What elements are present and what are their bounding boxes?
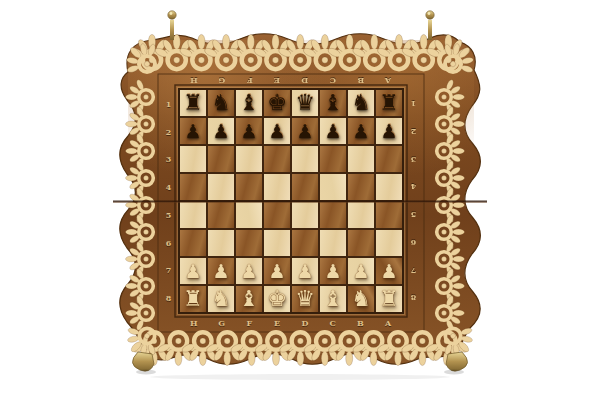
hinge-icon xyxy=(426,11,434,40)
square-b5[interactable] xyxy=(348,202,374,228)
square-g3[interactable] xyxy=(208,146,234,172)
coordinate-label: 3 xyxy=(407,146,420,174)
piece-light-rook[interactable]: ♜ xyxy=(379,288,399,310)
square-a8[interactable]: ♜ xyxy=(376,286,402,312)
coordinate-label: 1 xyxy=(162,90,175,118)
square-e2[interactable]: ♟ xyxy=(264,118,290,144)
coordinate-label: H xyxy=(180,318,208,328)
square-f8[interactable]: ♝ xyxy=(236,286,262,312)
piece-light-bishop[interactable]: ♝ xyxy=(239,288,259,310)
square-g2[interactable]: ♟ xyxy=(208,118,234,144)
coordinate-label: B xyxy=(347,318,375,328)
coordinate-label: 6 xyxy=(162,229,175,257)
square-g4[interactable] xyxy=(208,174,234,200)
piece-dark-pawn[interactable]: ♟ xyxy=(212,122,229,141)
square-c7[interactable]: ♟ xyxy=(320,258,346,284)
coordinate-label: 7 xyxy=(407,257,420,285)
coordinate-label: B xyxy=(347,76,375,86)
piece-dark-pawn[interactable]: ♟ xyxy=(184,122,201,141)
piece-dark-bishop[interactable]: ♝ xyxy=(323,92,343,114)
square-f5[interactable] xyxy=(236,202,262,228)
coordinate-label: D xyxy=(291,76,319,86)
square-h1[interactable]: ♜ xyxy=(180,90,206,116)
piece-light-king[interactable]: ♚ xyxy=(267,288,287,310)
coordinate-label: 5 xyxy=(407,201,420,229)
square-a3[interactable] xyxy=(376,146,402,172)
piece-light-pawn[interactable]: ♟ xyxy=(296,262,313,281)
piece-light-pawn[interactable]: ♟ xyxy=(240,262,257,281)
square-d4[interactable] xyxy=(292,174,318,200)
piece-light-rook[interactable]: ♜ xyxy=(183,288,203,310)
square-c5[interactable] xyxy=(320,202,346,228)
square-f1[interactable]: ♝ xyxy=(236,90,262,116)
coordinate-label: 7 xyxy=(162,257,175,285)
square-g1[interactable]: ♞ xyxy=(208,90,234,116)
square-b3[interactable] xyxy=(348,146,374,172)
square-b2[interactable]: ♟ xyxy=(348,118,374,144)
coordinate-label: 1 xyxy=(407,90,420,118)
piece-dark-pawn[interactable]: ♟ xyxy=(268,122,285,141)
square-f6[interactable] xyxy=(236,230,262,256)
coordinate-label: 4 xyxy=(407,173,420,201)
square-d3[interactable] xyxy=(292,146,318,172)
piece-dark-pawn[interactable]: ♟ xyxy=(240,122,257,141)
square-d5[interactable] xyxy=(292,202,318,228)
coordinate-label: 6 xyxy=(407,229,420,257)
square-h3[interactable] xyxy=(180,146,206,172)
coordinate-label: 2 xyxy=(162,118,175,146)
square-a1[interactable]: ♜ xyxy=(376,90,402,116)
square-c2[interactable]: ♟ xyxy=(320,118,346,144)
coordinate-label: 8 xyxy=(407,284,420,312)
square-b1[interactable]: ♞ xyxy=(348,90,374,116)
square-d6[interactable] xyxy=(292,230,318,256)
piece-light-knight[interactable]: ♞ xyxy=(351,288,371,310)
piece-dark-knight[interactable]: ♞ xyxy=(351,92,371,114)
square-g8[interactable]: ♞ xyxy=(208,286,234,312)
square-h8[interactable]: ♜ xyxy=(180,286,206,312)
square-h4[interactable] xyxy=(180,174,206,200)
square-c3[interactable] xyxy=(320,146,346,172)
coordinate-label: 5 xyxy=(162,201,175,229)
square-d2[interactable]: ♟ xyxy=(292,118,318,144)
piece-light-pawn[interactable]: ♟ xyxy=(380,262,397,281)
piece-dark-queen[interactable]: ♛ xyxy=(295,92,315,114)
square-d8[interactable]: ♛ xyxy=(292,286,318,312)
square-b4[interactable] xyxy=(348,174,374,200)
coordinate-label: E xyxy=(263,318,291,328)
piece-dark-pawn[interactable]: ♟ xyxy=(380,122,397,141)
square-d1[interactable]: ♛ xyxy=(292,90,318,116)
coordinate-label: 2 xyxy=(407,118,420,146)
square-h7[interactable]: ♟ xyxy=(180,258,206,284)
square-b7[interactable]: ♟ xyxy=(348,258,374,284)
square-g6[interactable] xyxy=(208,230,234,256)
square-a5[interactable] xyxy=(376,202,402,228)
coordinate-label: D xyxy=(291,318,319,328)
square-c8[interactable]: ♝ xyxy=(320,286,346,312)
square-g5[interactable] xyxy=(208,202,234,228)
piece-dark-knight[interactable]: ♞ xyxy=(211,92,231,114)
piece-light-bishop[interactable]: ♝ xyxy=(323,288,343,310)
coordinate-label: E xyxy=(263,76,291,86)
square-g7[interactable]: ♟ xyxy=(208,258,234,284)
piece-dark-bishop[interactable]: ♝ xyxy=(239,92,259,114)
piece-light-pawn[interactable]: ♟ xyxy=(184,262,201,281)
square-a4[interactable] xyxy=(376,174,402,200)
square-h5[interactable] xyxy=(180,202,206,228)
square-b8[interactable]: ♞ xyxy=(348,286,374,312)
foot-icon xyxy=(444,352,468,374)
coordinate-label: 4 xyxy=(162,173,175,201)
square-a2[interactable]: ♟ xyxy=(376,118,402,144)
square-h2[interactable]: ♟ xyxy=(180,118,206,144)
piece-light-pawn[interactable]: ♟ xyxy=(352,262,369,281)
coordinate-label: H xyxy=(180,76,208,86)
piece-dark-pawn[interactable]: ♟ xyxy=(296,122,313,141)
coordinate-label: 3 xyxy=(162,146,175,174)
square-f3[interactable] xyxy=(236,146,262,172)
square-f7[interactable]: ♟ xyxy=(236,258,262,284)
piece-dark-pawn[interactable]: ♟ xyxy=(324,122,341,141)
chess-set-photo: ♜♞♝♚♛♝♞♜♟♟♟♟♟♟♟♟♟♟♟♟♟♟♟♟♜♞♝♚♛♝♞♜ HGFEDCB… xyxy=(0,0,600,400)
coordinate-label: 8 xyxy=(162,284,175,312)
square-a7[interactable]: ♟ xyxy=(376,258,402,284)
square-h6[interactable] xyxy=(180,230,206,256)
coordinate-label: G xyxy=(208,318,236,328)
square-c1[interactable]: ♝ xyxy=(320,90,346,116)
coordinate-label: G xyxy=(208,76,236,86)
coordinate-label: C xyxy=(319,76,347,86)
piece-dark-pawn[interactable]: ♟ xyxy=(352,122,369,141)
piece-light-pawn[interactable]: ♟ xyxy=(268,262,285,281)
square-b6[interactable] xyxy=(348,230,374,256)
square-d7[interactable]: ♟ xyxy=(292,258,318,284)
piece-dark-rook[interactable]: ♜ xyxy=(379,92,399,114)
square-e1[interactable]: ♚ xyxy=(264,90,290,116)
piece-dark-rook[interactable]: ♜ xyxy=(183,92,203,114)
coordinate-label: F xyxy=(236,318,264,328)
square-e5[interactable] xyxy=(264,202,290,228)
square-e3[interactable] xyxy=(264,146,290,172)
file-labels-top: HGFEDCBA xyxy=(180,76,402,86)
square-e7[interactable]: ♟ xyxy=(264,258,290,284)
coordinate-label: A xyxy=(374,318,402,328)
square-e6[interactable] xyxy=(264,230,290,256)
square-f2[interactable]: ♟ xyxy=(236,118,262,144)
square-e8[interactable]: ♚ xyxy=(264,286,290,312)
file-labels-bottom: HGFEDCBA xyxy=(180,318,402,328)
piece-light-knight[interactable]: ♞ xyxy=(211,288,231,310)
piece-dark-king[interactable]: ♚ xyxy=(267,92,287,114)
square-e4[interactable] xyxy=(264,174,290,200)
piece-light-queen[interactable]: ♛ xyxy=(295,288,315,310)
coordinate-label: A xyxy=(374,76,402,86)
square-c6[interactable] xyxy=(320,230,346,256)
coordinate-label: F xyxy=(236,76,264,86)
square-f4[interactable] xyxy=(236,174,262,200)
fold-seam xyxy=(113,200,487,203)
piece-light-pawn[interactable]: ♟ xyxy=(324,262,341,281)
piece-light-pawn[interactable]: ♟ xyxy=(212,262,229,281)
coordinate-label: C xyxy=(319,318,347,328)
square-a6[interactable] xyxy=(376,230,402,256)
square-c4[interactable] xyxy=(320,174,346,200)
